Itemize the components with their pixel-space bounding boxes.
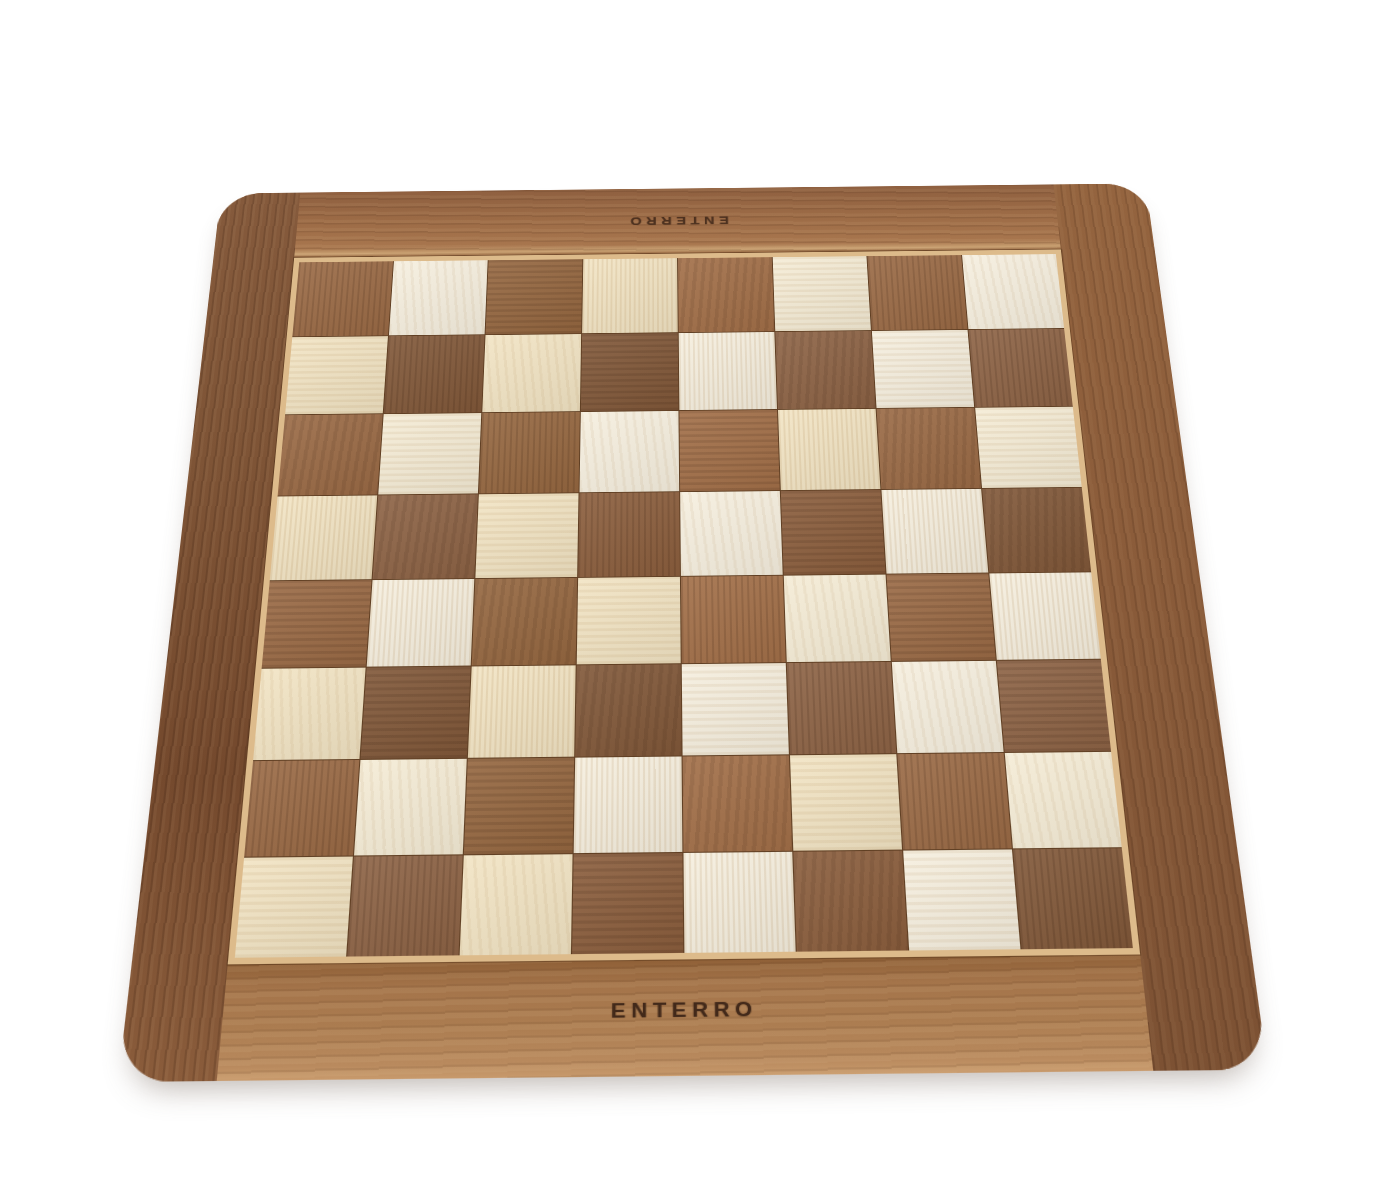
board-square bbox=[292, 261, 393, 336]
board-playfield bbox=[228, 249, 1140, 964]
board-square bbox=[354, 759, 467, 856]
board-square bbox=[989, 572, 1100, 660]
board-square bbox=[574, 757, 683, 854]
board-square bbox=[482, 334, 581, 412]
board-square bbox=[572, 853, 683, 954]
board-square bbox=[773, 256, 871, 331]
board-square bbox=[892, 661, 1004, 753]
board-square bbox=[793, 851, 908, 952]
board-square bbox=[877, 408, 981, 489]
board-square bbox=[578, 492, 680, 577]
board-square bbox=[384, 335, 485, 413]
board-square bbox=[486, 259, 583, 334]
board-square bbox=[683, 756, 793, 852]
board-square bbox=[253, 668, 365, 760]
board-square bbox=[679, 410, 779, 491]
board-square bbox=[468, 666, 576, 758]
board-square bbox=[389, 260, 488, 335]
board-square bbox=[575, 665, 681, 757]
board-square bbox=[962, 254, 1064, 329]
board-square bbox=[997, 660, 1111, 752]
board-square bbox=[982, 487, 1091, 572]
board-square bbox=[681, 575, 786, 663]
board-square bbox=[460, 854, 573, 955]
board-square bbox=[683, 852, 795, 953]
board-square bbox=[781, 490, 886, 575]
board-square bbox=[582, 258, 678, 333]
board-square bbox=[285, 336, 388, 414]
board-square bbox=[790, 754, 902, 850]
board-square bbox=[262, 580, 372, 668]
board-square bbox=[367, 579, 475, 667]
board-square bbox=[897, 753, 1011, 849]
board-square bbox=[787, 662, 896, 754]
board-square bbox=[968, 329, 1072, 407]
chess-board: ENTERRO ENTERRO bbox=[118, 183, 1268, 1082]
board-grid bbox=[235, 254, 1133, 958]
photo-background: ENTERRO ENTERRO bbox=[0, 0, 1387, 1198]
board-square bbox=[278, 414, 383, 495]
board-square bbox=[1005, 752, 1122, 848]
board-square bbox=[682, 663, 789, 755]
board-square bbox=[887, 573, 996, 661]
board-square bbox=[464, 758, 574, 855]
brand-engraving-bottom: ENTERRO bbox=[611, 996, 758, 1022]
board-square bbox=[680, 491, 783, 576]
board-square bbox=[872, 330, 974, 408]
board-frame-bottom: ENTERRO bbox=[217, 955, 1154, 1081]
brand-engraving-top: ENTERRO bbox=[626, 214, 729, 228]
board-square bbox=[472, 577, 577, 665]
board-square bbox=[903, 850, 1020, 951]
board-square bbox=[244, 760, 359, 857]
board-square bbox=[975, 406, 1082, 487]
board-square bbox=[881, 489, 988, 574]
board-square bbox=[378, 413, 481, 494]
board-frame-top: ENTERRO bbox=[294, 184, 1061, 257]
board-square bbox=[270, 495, 377, 580]
board-square bbox=[475, 493, 578, 578]
board-square bbox=[373, 494, 478, 579]
board-square bbox=[775, 331, 875, 409]
board-square bbox=[577, 576, 681, 664]
board-square bbox=[678, 257, 774, 332]
board-square bbox=[360, 667, 470, 759]
board-square bbox=[347, 855, 462, 956]
board-square bbox=[581, 333, 679, 411]
board-square bbox=[679, 332, 777, 410]
board-square bbox=[1013, 848, 1133, 949]
board-square bbox=[479, 412, 580, 493]
board-square bbox=[235, 857, 353, 958]
board-square bbox=[867, 255, 967, 330]
board-square bbox=[580, 411, 680, 492]
board-square bbox=[784, 574, 891, 662]
board-square bbox=[778, 409, 880, 490]
